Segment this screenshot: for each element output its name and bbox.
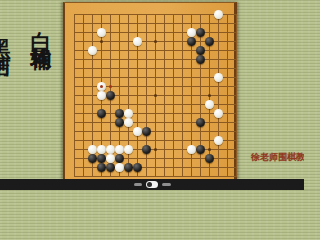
stone-white <box>187 28 196 37</box>
grid-line-v <box>218 14 219 177</box>
stone-black <box>142 127 151 136</box>
stone-black <box>115 118 124 127</box>
control-text-left <box>134 183 142 186</box>
stone-black <box>115 109 124 118</box>
board-grid <box>65 3 234 179</box>
stone-white <box>106 145 115 154</box>
stone-black <box>106 91 115 100</box>
black-color-label: 黑 <box>0 22 12 23</box>
white-player-label: 白赖均辅 <box>30 14 51 33</box>
star-point <box>208 148 211 151</box>
stone-white <box>187 145 196 154</box>
stone-black <box>196 46 205 55</box>
stone-white <box>88 145 97 154</box>
aux-marker <box>109 85 112 88</box>
video-control-bar <box>0 179 304 190</box>
stone-black <box>124 163 133 172</box>
stone-black <box>196 145 205 154</box>
stone-white <box>214 73 223 82</box>
stone-black <box>142 145 151 154</box>
last-move-marker <box>100 85 103 88</box>
stone-black <box>196 28 205 37</box>
star-point <box>154 40 157 43</box>
stone-black <box>88 154 97 163</box>
grid-line-v <box>83 14 84 177</box>
stone-black <box>97 154 106 163</box>
stone-black <box>106 163 115 172</box>
black-player-name: 柯洁 <box>0 38 12 40</box>
grid-line-v <box>236 14 237 177</box>
stone-white <box>124 145 133 154</box>
star-point <box>154 148 157 151</box>
stone-white <box>214 136 223 145</box>
stone-white <box>115 145 124 154</box>
star-point <box>100 40 103 43</box>
grid-line-v <box>173 14 174 177</box>
stone-black <box>196 118 205 127</box>
stone-black <box>205 154 214 163</box>
stone-black <box>133 163 142 172</box>
grid-line-v <box>74 14 75 177</box>
stone-white <box>124 118 133 127</box>
stone-black <box>187 37 196 46</box>
go-board[interactable] <box>63 2 237 179</box>
stone-black <box>97 109 106 118</box>
video-frame: { "game": "go", "players": { "white_labe… <box>0 0 304 190</box>
black-player-label: 黑柯洁 <box>0 22 10 40</box>
stone-white <box>124 109 133 118</box>
stone-white <box>205 100 214 109</box>
control-text-right <box>162 183 171 186</box>
grid-line-v <box>227 14 228 177</box>
star-point <box>208 94 211 97</box>
danmaku-toggle[interactable] <box>146 181 158 188</box>
stone-white <box>97 145 106 154</box>
stone-white <box>133 127 142 136</box>
watermark-text: 徐老师围棋教室 <box>251 151 304 164</box>
stone-white <box>214 10 223 19</box>
star-point <box>154 94 157 97</box>
stone-white <box>106 154 115 163</box>
white-color-label: 白 <box>29 14 53 15</box>
stone-black <box>97 163 106 172</box>
stone-black <box>115 154 124 163</box>
stone-white <box>88 46 97 55</box>
grid-line-v <box>182 14 183 177</box>
stone-white <box>133 37 142 46</box>
stone-black <box>196 55 205 64</box>
stone-white <box>97 28 106 37</box>
stone-black <box>205 37 214 46</box>
stone-white <box>214 109 223 118</box>
control-bar-center <box>0 179 304 190</box>
white-player-name: 赖均辅 <box>29 30 53 33</box>
stone-white <box>97 91 106 100</box>
toggle-knob-icon <box>147 182 152 187</box>
stone-white <box>115 163 124 172</box>
grid-line-v <box>164 14 165 177</box>
